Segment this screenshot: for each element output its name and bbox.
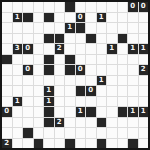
empty-cell-r11c10[interactable] bbox=[107, 118, 117, 128]
clue-cell-0-r8c8: 0 bbox=[86, 86, 96, 96]
empty-cell-r12c0[interactable] bbox=[2, 128, 12, 138]
empty-cell-r0c2[interactable] bbox=[23, 2, 33, 12]
wall-cell-r12c2 bbox=[23, 128, 33, 138]
wall-cell-r6c6 bbox=[65, 65, 75, 75]
clue-number: 0 bbox=[130, 3, 135, 10]
empty-cell-r7c4[interactable] bbox=[44, 76, 54, 86]
empty-cell-r2c8[interactable] bbox=[86, 23, 96, 33]
empty-cell-r8c12[interactable] bbox=[128, 86, 138, 96]
empty-cell-r7c10[interactable] bbox=[107, 76, 117, 86]
wall-cell-r1c4 bbox=[44, 13, 54, 23]
clue-cell-0-r1c7: 0 bbox=[76, 13, 86, 23]
empty-cell-r2c1[interactable] bbox=[13, 23, 23, 33]
akari-board: 00101130211100211011011122 bbox=[0, 0, 150, 150]
empty-cell-r13c4[interactable] bbox=[44, 139, 54, 149]
empty-cell-r12c13[interactable] bbox=[139, 128, 149, 138]
clue-number: 0 bbox=[25, 66, 30, 73]
empty-cell-r6c0[interactable] bbox=[2, 65, 12, 75]
empty-cell-r12c4[interactable] bbox=[44, 128, 54, 138]
empty-cell-r10c5[interactable] bbox=[55, 107, 65, 117]
clue-cell-2-r4c5: 2 bbox=[55, 44, 65, 54]
empty-cell-r11c7[interactable] bbox=[76, 118, 86, 128]
empty-cell-r13c8[interactable] bbox=[86, 139, 96, 149]
clue-cell-1-r9c1: 1 bbox=[13, 97, 23, 107]
empty-cell-r12c12[interactable] bbox=[128, 128, 138, 138]
empty-cell-r3c1[interactable] bbox=[13, 34, 23, 44]
empty-cell-r8c13[interactable] bbox=[139, 86, 149, 96]
empty-cell-r11c1[interactable] bbox=[13, 118, 23, 128]
clue-number: 0 bbox=[88, 87, 93, 94]
clue-cell-1-r2c6: 1 bbox=[65, 23, 75, 33]
empty-cell-r9c8[interactable] bbox=[86, 97, 96, 107]
empty-cell-r12c11[interactable] bbox=[118, 128, 128, 138]
empty-cell-r7c7[interactable] bbox=[76, 76, 86, 86]
empty-cell-r6c10[interactable] bbox=[107, 65, 117, 75]
empty-cell-r7c2[interactable] bbox=[23, 76, 33, 86]
clue-cell-0-r10c0: 0 bbox=[2, 107, 12, 117]
clue-number: 1 bbox=[15, 98, 20, 105]
clue-cell-1-r8c4: 1 bbox=[44, 86, 54, 96]
empty-cell-r7c6[interactable] bbox=[65, 76, 75, 86]
empty-cell-r0c5[interactable] bbox=[55, 2, 65, 12]
clue-number: 1 bbox=[109, 45, 114, 52]
empty-cell-r6c8[interactable] bbox=[86, 65, 96, 75]
clue-number: 0 bbox=[4, 108, 9, 115]
empty-cell-r0c7[interactable] bbox=[76, 2, 86, 12]
clue-cell-0-r0c12: 0 bbox=[128, 2, 138, 12]
empty-cell-r10c10[interactable] bbox=[107, 107, 117, 117]
empty-cell-r8c11[interactable] bbox=[118, 86, 128, 96]
empty-cell-r8c6[interactable] bbox=[65, 86, 75, 96]
empty-cell-r0c10[interactable] bbox=[107, 2, 117, 12]
empty-cell-r9c0[interactable] bbox=[2, 97, 12, 107]
empty-cell-r8c1[interactable] bbox=[13, 86, 23, 96]
wall-cell-r11c4 bbox=[44, 118, 54, 128]
clue-number: 1 bbox=[46, 98, 51, 105]
empty-cell-r2c11[interactable] bbox=[118, 23, 128, 33]
wall-cell-r3c4 bbox=[44, 34, 54, 44]
empty-cell-r8c0[interactable] bbox=[2, 86, 12, 96]
empty-cell-r13c2[interactable] bbox=[23, 139, 33, 149]
clue-cell-1-r1c1: 1 bbox=[13, 13, 23, 23]
empty-cell-r1c12[interactable] bbox=[128, 13, 138, 23]
empty-cell-r6c11[interactable] bbox=[118, 65, 128, 75]
empty-cell-r9c12[interactable] bbox=[128, 97, 138, 107]
clue-cell-1-r4c12: 1 bbox=[128, 44, 138, 54]
empty-cell-r9c13[interactable] bbox=[139, 97, 149, 107]
empty-cell-r11c2[interactable] bbox=[23, 118, 33, 128]
empty-cell-r8c9[interactable] bbox=[97, 86, 107, 96]
empty-cell-r3c9[interactable] bbox=[97, 34, 107, 44]
empty-cell-r3c12[interactable] bbox=[128, 34, 138, 44]
clue-number: 1 bbox=[67, 24, 72, 31]
wall-cell-r2c7 bbox=[76, 23, 86, 33]
empty-cell-r1c3[interactable] bbox=[34, 13, 44, 23]
empty-cell-r4c6[interactable] bbox=[65, 44, 75, 54]
wall-cell-r1c2 bbox=[23, 13, 33, 23]
clue-number: 0 bbox=[78, 14, 83, 21]
empty-cell-r0c11[interactable] bbox=[118, 2, 128, 12]
wall-cell-r3c8 bbox=[86, 34, 96, 44]
empty-cell-r2c10[interactable] bbox=[107, 23, 117, 33]
wall-cell-r5c4 bbox=[44, 55, 54, 65]
clue-number: 2 bbox=[141, 66, 146, 73]
clue-number: 1 bbox=[46, 87, 51, 94]
empty-cell-r7c5[interactable] bbox=[55, 76, 65, 86]
empty-cell-r11c8[interactable] bbox=[86, 118, 96, 128]
empty-cell-r13c13[interactable] bbox=[139, 139, 149, 149]
empty-cell-r11c12[interactable] bbox=[128, 118, 138, 128]
empty-cell-r7c13[interactable] bbox=[139, 76, 149, 86]
empty-cell-r0c3[interactable] bbox=[34, 2, 44, 12]
wall-cell-r6c4 bbox=[44, 65, 54, 75]
clue-cell-1-r7c9: 1 bbox=[97, 76, 107, 86]
empty-cell-r12c8[interactable] bbox=[86, 128, 96, 138]
empty-cell-r0c0[interactable] bbox=[2, 2, 12, 12]
empty-cell-r2c9[interactable] bbox=[97, 23, 107, 33]
empty-cell-r3c13[interactable] bbox=[139, 34, 149, 44]
clue-number: 0 bbox=[141, 3, 146, 10]
clue-cell-1-r10c13: 1 bbox=[139, 107, 149, 117]
empty-cell-r1c5[interactable] bbox=[55, 13, 65, 23]
clue-cell-1-r10c12: 1 bbox=[128, 107, 138, 117]
wall-cell-r10c4 bbox=[44, 107, 54, 117]
clue-number: 1 bbox=[15, 14, 20, 21]
clue-number: 0 bbox=[78, 66, 83, 73]
clue-number: 2 bbox=[57, 45, 62, 52]
empty-cell-r3c6[interactable] bbox=[65, 34, 75, 44]
wall-cell-r0c6 bbox=[65, 2, 75, 12]
wall-cell-r10c11 bbox=[118, 107, 128, 117]
clue-number: 1 bbox=[130, 108, 135, 115]
empty-cell-r5c2[interactable] bbox=[23, 55, 33, 65]
empty-cell-r11c3[interactable] bbox=[34, 118, 44, 128]
empty-cell-r8c10[interactable] bbox=[107, 86, 117, 96]
empty-cell-r1c6[interactable] bbox=[65, 13, 75, 23]
empty-cell-r4c11[interactable] bbox=[118, 44, 128, 54]
empty-cell-r9c10[interactable] bbox=[107, 97, 117, 107]
empty-cell-r2c5[interactable] bbox=[55, 23, 65, 33]
empty-cell-r12c3[interactable] bbox=[34, 128, 44, 138]
wall-cell-r3c11 bbox=[118, 34, 128, 44]
empty-cell-r9c5[interactable] bbox=[55, 97, 65, 107]
empty-cell-r5c1[interactable] bbox=[13, 55, 23, 65]
clue-cell-1-r4c10: 1 bbox=[107, 44, 117, 54]
empty-cell-r0c4[interactable] bbox=[44, 2, 54, 12]
empty-cell-r10c3[interactable] bbox=[34, 107, 44, 117]
empty-cell-r12c1[interactable] bbox=[13, 128, 23, 138]
empty-cell-r3c2[interactable] bbox=[23, 34, 33, 44]
empty-cell-r7c8[interactable] bbox=[86, 76, 96, 86]
empty-cell-r10c2[interactable] bbox=[23, 107, 33, 117]
empty-cell-r2c12[interactable] bbox=[128, 23, 138, 33]
wall-cell-r13c9 bbox=[97, 139, 107, 149]
empty-cell-r12c5[interactable] bbox=[55, 128, 65, 138]
wall-cell-r5c6 bbox=[65, 55, 75, 65]
empty-cell-r11c0[interactable] bbox=[2, 118, 12, 128]
clue-cell-1-r1c9: 1 bbox=[97, 13, 107, 23]
clue-cell-0-r6c2: 0 bbox=[23, 65, 33, 75]
empty-cell-r4c9[interactable] bbox=[97, 44, 107, 54]
empty-cell-r2c0[interactable] bbox=[2, 23, 12, 33]
empty-cell-r5c13[interactable] bbox=[139, 55, 149, 65]
clue-number: 3 bbox=[15, 45, 20, 52]
empty-cell-r2c2[interactable] bbox=[23, 23, 33, 33]
wall-cell-r8c7 bbox=[76, 86, 86, 96]
empty-cell-r6c9[interactable] bbox=[97, 65, 107, 75]
empty-cell-r6c1[interactable] bbox=[13, 65, 23, 75]
empty-cell-r2c13[interactable] bbox=[139, 23, 149, 33]
empty-cell-r6c5[interactable] bbox=[55, 65, 65, 75]
clue-number: 1 bbox=[78, 108, 83, 115]
empty-cell-r12c9[interactable] bbox=[97, 128, 107, 138]
empty-cell-r5c5[interactable] bbox=[55, 55, 65, 65]
empty-cell-r13c11[interactable] bbox=[118, 139, 128, 149]
empty-cell-r4c4[interactable] bbox=[44, 44, 54, 54]
clue-cell-2-r11c5: 2 bbox=[55, 118, 65, 128]
empty-cell-r12c7[interactable] bbox=[76, 128, 86, 138]
empty-cell-r11c11[interactable] bbox=[118, 118, 128, 128]
clue-cell-1-r4c13: 1 bbox=[139, 44, 149, 54]
empty-cell-r12c6[interactable] bbox=[65, 128, 75, 138]
empty-cell-r1c0[interactable] bbox=[2, 13, 12, 23]
empty-cell-r8c2[interactable] bbox=[23, 86, 33, 96]
empty-cell-r10c6[interactable] bbox=[65, 107, 75, 117]
clue-number: 1 bbox=[141, 45, 146, 52]
empty-cell-r10c9[interactable] bbox=[97, 107, 107, 117]
empty-cell-r5c8[interactable] bbox=[86, 55, 96, 65]
empty-cell-r7c0[interactable] bbox=[2, 76, 12, 86]
wall-cell-r13c6 bbox=[65, 139, 75, 149]
empty-cell-r9c11[interactable] bbox=[118, 97, 128, 107]
wall-cell-r10c8 bbox=[86, 107, 96, 117]
wall-cell-r13c3 bbox=[34, 139, 44, 149]
wall-cell-r3c5 bbox=[55, 34, 65, 44]
clue-number: 0 bbox=[25, 45, 30, 52]
clue-number: 1 bbox=[99, 77, 104, 84]
clue-cell-0-r0c13: 0 bbox=[139, 2, 149, 12]
clue-cell-0-r4c2: 0 bbox=[23, 44, 33, 54]
empty-cell-r5c9[interactable] bbox=[97, 55, 107, 65]
empty-cell-r5c12[interactable] bbox=[128, 55, 138, 65]
empty-cell-r4c7[interactable] bbox=[76, 44, 86, 54]
wall-cell-r13c12 bbox=[128, 139, 138, 149]
clue-number: 1 bbox=[141, 108, 146, 115]
empty-cell-r4c0[interactable] bbox=[2, 44, 12, 54]
wall-cell-r11c9 bbox=[97, 118, 107, 128]
empty-cell-r7c12[interactable] bbox=[128, 76, 138, 86]
empty-cell-r13c5[interactable] bbox=[55, 139, 65, 149]
empty-cell-r1c11[interactable] bbox=[118, 13, 128, 23]
empty-cell-r1c13[interactable] bbox=[139, 13, 149, 23]
empty-cell-r8c5[interactable] bbox=[55, 86, 65, 96]
clue-number: 1 bbox=[99, 14, 104, 21]
empty-cell-r9c3[interactable] bbox=[34, 97, 44, 107]
empty-cell-r9c7[interactable] bbox=[76, 97, 86, 107]
empty-cell-r11c6[interactable] bbox=[65, 118, 75, 128]
empty-cell-r5c3[interactable] bbox=[34, 55, 44, 65]
empty-cell-r7c3[interactable] bbox=[34, 76, 44, 86]
empty-cell-r9c6[interactable] bbox=[65, 97, 75, 107]
clue-cell-1-r10c7: 1 bbox=[76, 107, 86, 117]
clue-cell-0-r6c7: 0 bbox=[76, 65, 86, 75]
empty-cell-r7c11[interactable] bbox=[118, 76, 128, 86]
empty-cell-r0c9[interactable] bbox=[97, 2, 107, 12]
empty-cell-r3c7[interactable] bbox=[76, 34, 86, 44]
empty-cell-r3c3[interactable] bbox=[34, 34, 44, 44]
empty-cell-r5c11[interactable] bbox=[118, 55, 128, 65]
empty-cell-r1c8[interactable] bbox=[86, 13, 96, 23]
clue-number: 2 bbox=[4, 140, 9, 147]
clue-cell-1-r9c4: 1 bbox=[44, 97, 54, 107]
empty-cell-r6c12[interactable] bbox=[128, 65, 138, 75]
empty-cell-r1c10[interactable] bbox=[107, 13, 117, 23]
empty-cell-r9c2[interactable] bbox=[23, 97, 33, 107]
clue-cell-3-r4c1: 3 bbox=[13, 44, 23, 54]
empty-cell-r10c1[interactable] bbox=[13, 107, 23, 117]
empty-cell-r8c3[interactable] bbox=[34, 86, 44, 96]
empty-cell-r4c8[interactable] bbox=[86, 44, 96, 54]
empty-cell-r2c4[interactable] bbox=[44, 23, 54, 33]
empty-cell-r12c10[interactable] bbox=[107, 128, 117, 138]
empty-cell-r3c10[interactable] bbox=[107, 34, 117, 44]
wall-cell-r5c0 bbox=[2, 55, 12, 65]
clue-number: 2 bbox=[57, 119, 62, 126]
empty-cell-r13c1[interactable] bbox=[13, 139, 23, 149]
empty-cell-r0c1[interactable] bbox=[13, 2, 23, 12]
clue-number: 1 bbox=[130, 45, 135, 52]
empty-cell-r13c10[interactable] bbox=[107, 139, 117, 149]
empty-cell-r9c9[interactable] bbox=[97, 97, 107, 107]
empty-cell-r11c13[interactable] bbox=[139, 118, 149, 128]
empty-cell-r2c3[interactable] bbox=[34, 23, 44, 33]
empty-cell-r4c3[interactable] bbox=[34, 44, 44, 54]
empty-cell-r6c3[interactable] bbox=[34, 65, 44, 75]
empty-cell-r5c7[interactable] bbox=[76, 55, 86, 65]
empty-cell-r13c7[interactable] bbox=[76, 139, 86, 149]
empty-cell-r5c10[interactable] bbox=[107, 55, 117, 65]
clue-cell-2-r6c13: 2 bbox=[139, 65, 149, 75]
empty-cell-r0c8[interactable] bbox=[86, 2, 96, 12]
clue-cell-2-r13c0: 2 bbox=[2, 139, 12, 149]
empty-cell-r7c1[interactable] bbox=[13, 76, 23, 86]
empty-cell-r3c0[interactable] bbox=[2, 34, 12, 44]
